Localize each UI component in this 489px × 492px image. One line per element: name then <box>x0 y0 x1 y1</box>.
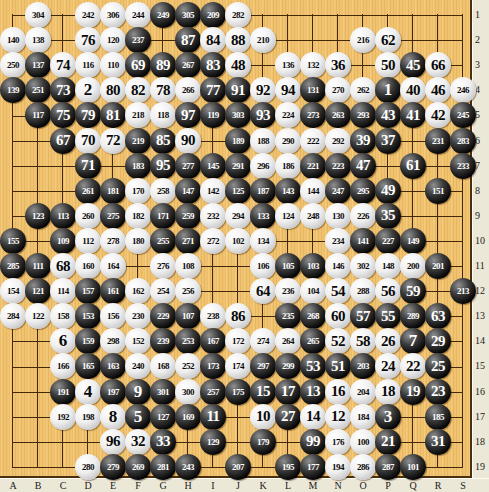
stone-black-move-5[interactable]: 5 <box>125 404 151 430</box>
stone-white-move-130[interactable]: 130 <box>325 203 351 229</box>
stone-white-move-88[interactable]: 88 <box>225 27 251 53</box>
stone-white-move-306[interactable]: 306 <box>100 2 126 28</box>
stone-black-move-261[interactable]: 261 <box>75 178 101 204</box>
move-number: 102 <box>232 236 244 246</box>
stone-black-move-109[interactable]: 109 <box>50 228 76 254</box>
stone-black-move-85[interactable]: 85 <box>150 128 176 154</box>
move-number: 219 <box>132 136 144 146</box>
stone-black-move-57[interactable]: 57 <box>350 303 376 329</box>
stone-black-move-105[interactable]: 105 <box>275 253 301 279</box>
stone-black-move-111[interactable]: 111 <box>25 253 51 279</box>
stone-white-move-132[interactable]: 132 <box>300 52 326 78</box>
stone-white-move-4[interactable]: 4 <box>75 379 101 405</box>
stone-black-move-195[interactable]: 195 <box>275 454 301 480</box>
stone-white-move-52[interactable]: 52 <box>325 328 351 354</box>
stone-black-move-49[interactable]: 49 <box>375 178 401 204</box>
stone-white-move-32[interactable]: 32 <box>125 429 151 455</box>
stone-white-move-154[interactable]: 154 <box>0 278 26 304</box>
stone-black-move-43[interactable]: 43 <box>375 102 401 128</box>
stone-black-move-9[interactable]: 9 <box>125 379 151 405</box>
stone-white-move-198[interactable]: 198 <box>75 404 101 430</box>
stone-white-move-116[interactable]: 116 <box>75 52 101 78</box>
stone-black-move-113[interactable]: 113 <box>50 203 76 229</box>
stone-white-move-194[interactable]: 194 <box>325 454 351 480</box>
stone-white-move-140[interactable]: 140 <box>0 27 26 53</box>
stone-black-move-268[interactable]: 268 <box>300 303 326 329</box>
stone-white-move-254[interactable]: 254 <box>150 278 176 304</box>
stone-black-move-283[interactable]: 283 <box>450 128 476 154</box>
stone-white-move-236[interactable]: 236 <box>275 278 301 304</box>
stone-black-move-285[interactable]: 285 <box>0 253 26 279</box>
stone-black-move-255[interactable]: 255 <box>150 228 176 254</box>
stone-white-move-282[interactable]: 282 <box>225 2 251 28</box>
stone-black-move-253[interactable]: 253 <box>175 328 201 354</box>
move-number: 61 <box>406 157 420 174</box>
stone-white-move-222[interactable]: 222 <box>300 128 326 154</box>
stone-white-move-14[interactable]: 14 <box>300 404 326 430</box>
move-number: 109 <box>57 236 69 246</box>
stone-white-move-246[interactable]: 246 <box>450 77 476 103</box>
stone-white-move-36[interactable]: 36 <box>325 52 351 78</box>
stone-white-move-46[interactable]: 46 <box>425 77 451 103</box>
stone-white-move-204[interactable]: 204 <box>350 379 376 405</box>
stone-black-move-67[interactable]: 67 <box>50 128 76 154</box>
stone-black-move-77[interactable]: 77 <box>200 77 226 103</box>
stone-black-move-147[interactable]: 147 <box>175 178 201 204</box>
stone-white-move-106[interactable]: 106 <box>250 253 276 279</box>
stone-black-move-303[interactable]: 303 <box>225 102 251 128</box>
move-number: 301 <box>157 387 169 397</box>
stone-black-move-71[interactable]: 71 <box>75 153 101 179</box>
stone-black-move-101[interactable]: 101 <box>400 454 426 480</box>
stone-white-move-242[interactable]: 242 <box>75 2 101 28</box>
stone-white-move-90[interactable]: 90 <box>175 128 201 154</box>
stone-white-move-64[interactable]: 64 <box>250 278 276 304</box>
stone-white-move-192[interactable]: 192 <box>50 404 76 430</box>
stone-black-move-197[interactable]: 197 <box>100 379 126 405</box>
move-number: 43 <box>381 107 395 124</box>
go-board[interactable]: 12345678910111213141516171819 ABCDEFGHIJ… <box>0 0 489 492</box>
stone-black-move-141[interactable]: 141 <box>350 228 376 254</box>
stone-black-move-119[interactable]: 119 <box>200 102 226 128</box>
stone-black-move-161[interactable]: 161 <box>100 278 126 304</box>
stone-white-move-142[interactable]: 142 <box>200 178 226 204</box>
move-number: 114 <box>57 286 69 296</box>
stone-white-move-300[interactable]: 300 <box>175 379 201 405</box>
stone-white-move-278[interactable]: 278 <box>100 228 126 254</box>
stone-black-move-47[interactable]: 47 <box>350 153 376 179</box>
stone-black-move-169[interactable]: 169 <box>175 404 201 430</box>
stone-white-move-72[interactable]: 72 <box>100 128 126 154</box>
stone-white-move-66[interactable]: 66 <box>425 52 451 78</box>
stone-black-move-237[interactable]: 237 <box>125 27 151 53</box>
move-number: 147 <box>182 186 194 196</box>
stone-black-move-177[interactable]: 177 <box>300 454 326 480</box>
stone-black-move-281[interactable]: 281 <box>150 454 176 480</box>
move-number: 73 <box>56 82 70 99</box>
stone-white-move-276[interactable]: 276 <box>150 253 176 279</box>
stone-black-move-173[interactable]: 173 <box>200 353 226 379</box>
stone-white-move-216[interactable]: 216 <box>350 27 376 53</box>
stone-black-move-295[interactable]: 295 <box>350 178 376 204</box>
stone-black-move-139[interactable]: 139 <box>0 77 26 103</box>
stone-black-move-239[interactable]: 239 <box>150 328 176 354</box>
stone-white-move-160[interactable]: 160 <box>75 253 101 279</box>
stone-white-move-302[interactable]: 302 <box>350 253 376 279</box>
stone-black-move-61[interactable]: 61 <box>400 153 426 179</box>
stone-white-move-12[interactable]: 12 <box>325 404 351 430</box>
stone-black-move-271[interactable]: 271 <box>175 228 201 254</box>
stone-white-move-230[interactable]: 230 <box>125 303 151 329</box>
stone-black-move-201[interactable]: 201 <box>425 253 451 279</box>
stone-white-move-54[interactable]: 54 <box>325 278 351 304</box>
stone-white-move-274[interactable]: 274 <box>250 328 276 354</box>
move-number: 207 <box>232 462 244 472</box>
stone-black-move-21[interactable]: 21 <box>375 429 401 455</box>
move-number: 305 <box>182 10 194 20</box>
stone-black-move-15[interactable]: 15 <box>250 379 276 405</box>
stone-white-move-262[interactable]: 262 <box>350 77 376 103</box>
stone-white-move-68[interactable]: 68 <box>50 253 76 279</box>
stone-white-move-260[interactable]: 260 <box>75 203 101 229</box>
stone-black-move-149[interactable]: 149 <box>400 228 426 254</box>
stone-white-move-176[interactable]: 176 <box>325 429 351 455</box>
stone-black-move-83[interactable]: 83 <box>200 52 226 78</box>
stone-black-move-163[interactable]: 163 <box>100 353 126 379</box>
stone-black-move-45[interactable]: 45 <box>400 52 426 78</box>
stone-black-move-123[interactable]: 123 <box>25 203 51 229</box>
stone-black-move-155[interactable]: 155 <box>0 228 26 254</box>
stone-white-move-240[interactable]: 240 <box>125 353 151 379</box>
stone-white-move-138[interactable]: 138 <box>25 27 51 53</box>
stone-white-move-180[interactable]: 180 <box>125 228 151 254</box>
stone-black-move-289[interactable]: 289 <box>400 303 426 329</box>
stone-white-move-102[interactable]: 102 <box>225 228 251 254</box>
stone-black-move-233[interactable]: 233 <box>450 153 476 179</box>
stone-black-move-39[interactable]: 39 <box>350 128 376 154</box>
stone-white-move-232[interactable]: 232 <box>200 203 226 229</box>
stone-white-move-114[interactable]: 114 <box>50 278 76 304</box>
stone-white-move-172[interactable]: 172 <box>225 328 251 354</box>
stone-black-move-151[interactable]: 151 <box>425 178 451 204</box>
move-number: 19 <box>406 383 420 400</box>
stone-black-move-305[interactable]: 305 <box>175 2 201 28</box>
stone-black-move-187[interactable]: 187 <box>250 178 276 204</box>
stone-black-move-127[interactable]: 127 <box>150 404 176 430</box>
move-number: 138 <box>32 35 44 45</box>
stone-white-move-304[interactable]: 304 <box>25 2 51 28</box>
stone-white-move-58[interactable]: 58 <box>350 328 376 354</box>
stone-black-move-235[interactable]: 235 <box>275 303 301 329</box>
stone-white-move-272[interactable]: 272 <box>200 228 226 254</box>
stone-white-move-22[interactable]: 22 <box>400 353 426 379</box>
move-number: 125 <box>232 186 244 196</box>
stone-white-move-42[interactable]: 42 <box>425 102 451 128</box>
stone-white-move-182[interactable]: 182 <box>125 203 151 229</box>
stone-black-move-131[interactable]: 131 <box>300 77 326 103</box>
stone-white-move-146[interactable]: 146 <box>325 253 351 279</box>
stone-white-move-26[interactable]: 26 <box>375 328 401 354</box>
stone-white-move-168[interactable]: 168 <box>150 353 176 379</box>
stone-black-move-183[interactable]: 183 <box>125 153 151 179</box>
stone-white-move-82[interactable]: 82 <box>125 77 151 103</box>
stone-white-move-60[interactable]: 60 <box>325 303 351 329</box>
stone-white-move-136[interactable]: 136 <box>275 52 301 78</box>
stone-black-move-165[interactable]: 165 <box>75 353 101 379</box>
move-number: 63 <box>431 308 445 325</box>
stone-black-move-291[interactable]: 291 <box>225 153 251 179</box>
stone-black-move-87[interactable]: 87 <box>175 27 201 53</box>
stone-black-move-117[interactable]: 117 <box>25 102 51 128</box>
stone-black-move-167[interactable]: 167 <box>200 328 226 354</box>
stone-black-move-7[interactable]: 7 <box>400 328 426 354</box>
stone-black-move-269[interactable]: 269 <box>125 454 151 480</box>
stone-black-move-1[interactable]: 1 <box>375 77 401 103</box>
stone-black-move-17[interactable]: 17 <box>275 379 301 405</box>
stone-black-move-189[interactable]: 189 <box>225 128 251 154</box>
move-number: 302 <box>357 261 369 271</box>
stone-white-move-124[interactable]: 124 <box>275 203 301 229</box>
stone-white-move-188[interactable]: 188 <box>250 128 276 154</box>
stone-black-move-267[interactable]: 267 <box>175 52 201 78</box>
stone-white-move-258[interactable]: 258 <box>150 178 176 204</box>
stone-black-move-265[interactable]: 265 <box>300 328 326 354</box>
stone-black-move-41[interactable]: 41 <box>400 102 426 128</box>
stone-black-move-287[interactable]: 287 <box>375 454 401 480</box>
stone-white-move-218[interactable]: 218 <box>125 102 151 128</box>
stone-black-move-129[interactable]: 129 <box>200 429 226 455</box>
stone-white-move-118[interactable]: 118 <box>150 102 176 128</box>
stone-white-move-16[interactable]: 16 <box>325 379 351 405</box>
stone-white-move-104[interactable]: 104 <box>300 278 326 304</box>
stone-black-move-297[interactable]: 297 <box>250 353 276 379</box>
stone-black-move-25[interactable]: 25 <box>425 353 451 379</box>
stone-black-move-33[interactable]: 33 <box>150 429 176 455</box>
stone-white-move-40[interactable]: 40 <box>400 77 426 103</box>
stone-white-move-50[interactable]: 50 <box>375 52 401 78</box>
stone-black-move-203[interactable]: 203 <box>350 353 376 379</box>
stone-black-move-93[interactable]: 93 <box>250 102 276 128</box>
stone-white-move-264[interactable]: 264 <box>275 328 301 354</box>
move-number: 80 <box>106 82 120 99</box>
stone-white-move-86[interactable]: 86 <box>225 303 251 329</box>
stone-black-move-277[interactable]: 277 <box>175 153 201 179</box>
stone-black-move-185[interactable]: 185 <box>425 404 451 430</box>
stone-black-move-69[interactable]: 69 <box>125 52 151 78</box>
stone-black-move-227[interactable]: 227 <box>375 228 401 254</box>
stone-black-move-145[interactable]: 145 <box>200 153 226 179</box>
stone-white-move-92[interactable]: 92 <box>250 77 276 103</box>
stone-black-move-213[interactable]: 213 <box>450 278 476 304</box>
stone-black-move-243[interactable]: 243 <box>175 454 201 480</box>
stone-black-move-133[interactable]: 133 <box>250 203 276 229</box>
stone-white-move-108[interactable]: 108 <box>175 253 201 279</box>
move-number: 60 <box>331 308 345 325</box>
stone-white-move-74[interactable]: 74 <box>50 52 76 78</box>
stone-black-move-157[interactable]: 157 <box>75 278 101 304</box>
stone-black-move-35[interactable]: 35 <box>375 203 401 229</box>
stone-black-move-299[interactable]: 299 <box>275 353 301 379</box>
move-number: 251 <box>32 85 44 95</box>
stone-white-move-200[interactable]: 200 <box>400 253 426 279</box>
stone-white-move-84[interactable]: 84 <box>200 27 226 53</box>
stone-black-move-53[interactable]: 53 <box>300 353 326 379</box>
stone-black-move-259[interactable]: 259 <box>175 203 201 229</box>
stone-black-move-301[interactable]: 301 <box>150 379 176 405</box>
stone-white-move-284[interactable]: 284 <box>0 303 26 329</box>
stone-white-move-134[interactable]: 134 <box>250 228 276 254</box>
stone-black-move-91[interactable]: 91 <box>225 77 251 103</box>
stone-white-move-152[interactable]: 152 <box>125 328 151 354</box>
stone-white-move-6[interactable]: 6 <box>50 328 76 354</box>
stone-black-move-153[interactable]: 153 <box>75 303 101 329</box>
move-number: 40 <box>406 82 420 99</box>
stone-white-move-158[interactable]: 158 <box>50 303 76 329</box>
stone-white-move-296[interactable]: 296 <box>250 153 276 179</box>
stone-white-move-156[interactable]: 156 <box>100 303 126 329</box>
stone-black-move-191[interactable]: 191 <box>50 379 76 405</box>
stone-white-move-280[interactable]: 280 <box>75 454 101 480</box>
stone-black-move-263[interactable]: 263 <box>325 102 351 128</box>
stone-white-move-96[interactable]: 96 <box>100 429 126 455</box>
stone-black-move-3[interactable]: 3 <box>375 404 401 430</box>
stone-white-move-270[interactable]: 270 <box>325 77 351 103</box>
stone-black-move-159[interactable]: 159 <box>75 328 101 354</box>
stone-black-move-209[interactable]: 209 <box>200 2 226 28</box>
stone-black-move-75[interactable]: 75 <box>50 102 76 128</box>
stone-black-move-175[interactable]: 175 <box>225 379 251 405</box>
stone-white-move-120[interactable]: 120 <box>100 27 126 53</box>
stone-black-move-107[interactable]: 107 <box>175 303 201 329</box>
stone-black-move-231[interactable]: 231 <box>425 128 451 154</box>
stone-black-move-251[interactable]: 251 <box>25 77 51 103</box>
stone-white-move-10[interactable]: 10 <box>250 404 276 430</box>
stone-white-move-288[interactable]: 288 <box>350 278 376 304</box>
stone-black-move-95[interactable]: 95 <box>150 153 176 179</box>
stone-white-move-248[interactable]: 248 <box>300 203 326 229</box>
stone-black-move-245[interactable]: 245 <box>450 102 476 128</box>
stone-black-move-275[interactable]: 275 <box>100 203 126 229</box>
stone-black-move-137[interactable]: 137 <box>25 52 51 78</box>
stone-white-move-170[interactable]: 170 <box>125 178 151 204</box>
stone-white-move-162[interactable]: 162 <box>125 278 151 304</box>
stone-black-move-221[interactable]: 221 <box>300 153 326 179</box>
stone-white-move-70[interactable]: 70 <box>75 128 101 154</box>
stone-black-move-219[interactable]: 219 <box>125 128 151 154</box>
stone-white-move-298[interactable]: 298 <box>100 328 126 354</box>
stone-black-move-273[interactable]: 273 <box>300 102 326 128</box>
stone-white-move-94[interactable]: 94 <box>275 77 301 103</box>
stone-black-move-97[interactable]: 97 <box>175 102 201 128</box>
stone-white-move-244[interactable]: 244 <box>125 2 151 28</box>
stone-white-move-250[interactable]: 250 <box>0 52 26 78</box>
stone-white-move-234[interactable]: 234 <box>325 228 351 254</box>
stone-black-move-81[interactable]: 81 <box>100 102 126 128</box>
stone-black-move-29[interactable]: 29 <box>425 328 451 354</box>
stone-black-move-179[interactable]: 179 <box>250 429 276 455</box>
stone-white-move-78[interactable]: 78 <box>150 77 176 103</box>
move-number: 124 <box>282 211 294 221</box>
stone-white-move-290[interactable]: 290 <box>275 128 301 154</box>
stone-black-move-59[interactable]: 59 <box>400 278 426 304</box>
stone-white-move-184[interactable]: 184 <box>350 404 376 430</box>
stone-white-move-148[interactable]: 148 <box>375 253 401 279</box>
move-number: 110 <box>107 60 119 70</box>
stone-white-move-226[interactable]: 226 <box>350 203 376 229</box>
stone-white-move-56[interactable]: 56 <box>375 278 401 304</box>
stone-white-move-100[interactable]: 100 <box>350 429 376 455</box>
stone-white-move-224[interactable]: 224 <box>275 102 301 128</box>
stone-black-move-121[interactable]: 121 <box>25 278 51 304</box>
move-number: 171 <box>157 211 169 221</box>
stone-black-move-103[interactable]: 103 <box>300 253 326 279</box>
stone-white-move-186[interactable]: 186 <box>275 153 301 179</box>
stone-white-move-144[interactable]: 144 <box>300 178 326 204</box>
stone-black-move-229[interactable]: 229 <box>150 303 176 329</box>
stone-white-move-294[interactable]: 294 <box>225 203 251 229</box>
stone-black-move-171[interactable]: 171 <box>150 203 176 229</box>
stone-black-move-257[interactable]: 257 <box>200 379 226 405</box>
stone-white-move-48[interactable]: 48 <box>225 52 251 78</box>
stone-white-move-166[interactable]: 166 <box>50 353 76 379</box>
stone-black-move-55[interactable]: 55 <box>375 303 401 329</box>
stone-black-move-27[interactable]: 27 <box>275 404 301 430</box>
stone-white-move-24[interactable]: 24 <box>375 353 401 379</box>
stone-white-move-80[interactable]: 80 <box>100 77 126 103</box>
stone-black-move-207[interactable]: 207 <box>225 454 251 480</box>
stone-white-move-122[interactable]: 122 <box>25 303 51 329</box>
stone-black-move-125[interactable]: 125 <box>225 178 251 204</box>
stone-white-move-2[interactable]: 2 <box>75 77 101 103</box>
stone-black-move-143[interactable]: 143 <box>275 178 301 204</box>
stone-black-move-181[interactable]: 181 <box>100 178 126 204</box>
stone-white-move-62[interactable]: 62 <box>375 27 401 53</box>
stone-black-move-63[interactable]: 63 <box>425 303 451 329</box>
stone-white-move-292[interactable]: 292 <box>325 128 351 154</box>
stone-white-move-266[interactable]: 266 <box>175 77 201 103</box>
stone-black-move-73[interactable]: 73 <box>50 77 76 103</box>
stone-black-move-23[interactable]: 23 <box>425 379 451 405</box>
stone-black-move-247[interactable]: 247 <box>325 178 351 204</box>
stone-black-move-249[interactable]: 249 <box>150 2 176 28</box>
stone-black-move-89[interactable]: 89 <box>150 52 176 78</box>
stone-black-move-99[interactable]: 99 <box>300 429 326 455</box>
stone-white-move-18[interactable]: 18 <box>375 379 401 405</box>
stone-black-move-37[interactable]: 37 <box>375 128 401 154</box>
stone-white-move-110[interactable]: 110 <box>100 52 126 78</box>
stone-black-move-51[interactable]: 51 <box>325 353 351 379</box>
stone-white-move-252[interactable]: 252 <box>175 353 201 379</box>
stone-white-move-174[interactable]: 174 <box>225 353 251 379</box>
move-number: 2 <box>84 80 93 100</box>
stone-black-move-223[interactable]: 223 <box>325 153 351 179</box>
stone-white-move-238[interactable]: 238 <box>200 303 226 329</box>
stone-white-move-256[interactable]: 256 <box>175 278 201 304</box>
stone-white-move-112[interactable]: 112 <box>75 228 101 254</box>
stone-white-move-8[interactable]: 8 <box>100 404 126 430</box>
stone-black-move-19[interactable]: 19 <box>400 379 426 405</box>
stone-black-move-279[interactable]: 279 <box>100 454 126 480</box>
stone-black-move-13[interactable]: 13 <box>300 379 326 405</box>
stone-black-move-31[interactable]: 31 <box>425 429 451 455</box>
stone-black-move-293[interactable]: 293 <box>350 102 376 128</box>
stone-black-move-79[interactable]: 79 <box>75 102 101 128</box>
stone-white-move-286[interactable]: 286 <box>350 454 376 480</box>
stone-white-move-164[interactable]: 164 <box>100 253 126 279</box>
stone-white-move-210[interactable]: 210 <box>250 27 276 53</box>
stone-black-move-11[interactable]: 11 <box>200 404 226 430</box>
stone-white-move-76[interactable]: 76 <box>75 27 101 53</box>
